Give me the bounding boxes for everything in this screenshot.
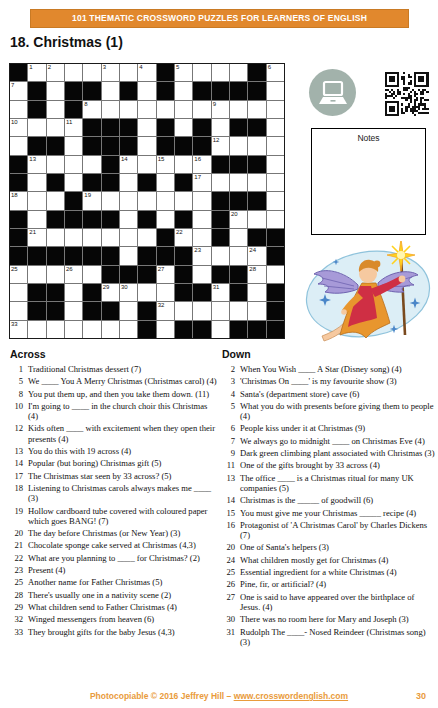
grid-cell[interactable]: 20 [230,211,247,228]
grid-cell[interactable] [230,64,247,81]
grid-cell[interactable] [47,101,64,118]
block-cell [157,229,174,246]
clue-down-27: 27One is said to have appeared over the … [222,592,435,613]
clue-number: 3 [222,376,235,386]
grid-cell[interactable]: 17 [193,174,210,191]
grid-cell[interactable]: 15 [157,156,174,173]
block-cell [175,137,192,154]
clue-text: Santa's (department store) cave (6) [240,389,435,399]
grid-cell[interactable] [120,302,137,319]
clue-number: 29 [10,602,23,612]
block-cell [47,137,64,154]
grid-cell[interactable]: 12 [212,137,229,154]
clue-number: 21 [10,540,23,550]
grid-cell[interactable] [120,174,137,191]
grid-cell[interactable] [212,64,229,81]
grid-cell[interactable] [83,321,100,338]
block-cell [230,284,247,301]
clue-text: Popular (but boring) Christmas gift (5) [28,458,217,468]
grid-cell[interactable] [102,229,119,246]
block-cell [83,247,100,264]
grid-cell[interactable]: 7 [10,82,27,99]
grid-cell[interactable] [65,64,82,81]
clue-down-20: 20One of Santa's helpers (3) [222,542,435,552]
grid-cell[interactable] [120,211,137,228]
block-cell [138,266,155,283]
clue-number: 10 [10,401,23,422]
block-cell [267,302,284,319]
across-header: Across [10,348,217,360]
grid-cell[interactable]: 31 [212,284,229,301]
block-cell [47,247,64,264]
grid-cell[interactable] [102,101,119,118]
block-cell [83,137,100,154]
grid-cell[interactable]: 24 [248,247,265,264]
cell-number: 27 [158,266,165,273]
grid-cell[interactable] [102,321,119,338]
grid-cell[interactable] [47,156,64,173]
grid-cell[interactable] [267,101,284,118]
clue-number: 14 [10,458,23,468]
clue-text: People kiss under it at Christmas (9) [240,423,435,433]
footer-credit: Photocopiable © 2016 Jeffrey Hill – [90,691,234,701]
clue-text: We ____ You A Merry Christmas (Christmas… [28,376,217,386]
block-cell [175,247,192,264]
block-cell [28,137,45,154]
grid-cell[interactable] [47,119,64,136]
block-cell [28,101,45,118]
clue-across-25: 25Another name for Father Christmas (5) [10,577,217,587]
block-cell [120,82,137,99]
grid-cell[interactable] [157,284,174,301]
cell-number: 22 [176,229,183,236]
grid-cell[interactable] [28,266,45,283]
grid-cell[interactable] [120,229,137,246]
clue-text: We always go to midnight ____ on Christm… [240,436,435,446]
block-cell [83,82,100,99]
grid-cell[interactable] [138,137,155,154]
clue-text: What children mostly get for Christmas (… [240,555,435,565]
block-cell [102,266,119,283]
clue-number: 30 [222,614,235,624]
cell-number: 23 [194,247,201,254]
grid-cell[interactable]: 23 [193,247,210,264]
grid-cell[interactable] [193,192,210,209]
grid-cell[interactable]: 27 [157,266,174,283]
grid-cell[interactable] [65,174,82,191]
footer: Photocopiable © 2016 Jeffrey Hill – www.… [0,691,438,701]
block-cell [138,302,155,319]
cell-number: 33 [11,321,18,328]
grid-cell[interactable] [248,101,265,118]
grid-cell[interactable]: 13 [28,156,45,173]
grid-cell[interactable] [230,247,247,264]
grid-cell[interactable] [267,211,284,228]
clue-text: Present (4) [28,565,217,575]
grid-cell[interactable] [157,101,174,118]
grid-cell[interactable] [212,119,229,136]
block-cell [175,174,192,191]
page-number: 30 [416,691,426,701]
grid-cell[interactable]: 2 [47,64,64,81]
clue-across-5: 5We ____ You A Merry Christmas (Christma… [10,376,217,386]
grid-cell[interactable] [175,156,192,173]
clue-down-25: 25Essential ingredient for a white Chris… [222,567,435,577]
grid-cell[interactable] [65,302,82,319]
block-cell [193,137,210,154]
grid-cell[interactable]: 33 [10,321,27,338]
grid-cell[interactable] [138,82,155,99]
grid-cell[interactable] [212,321,229,338]
clue-text: What are you planning to ____ for Christ… [28,553,217,563]
cell-number: 5 [176,64,179,71]
block-cell [138,321,155,338]
cell-number: 4 [139,64,142,71]
header-banner: 101 THEMATIC CROSSWORD PUZZLES FOR LEARN… [30,9,409,28]
clue-number: 22 [10,553,23,563]
clue-number: 25 [10,577,23,587]
grid-cell[interactable] [157,192,174,209]
grid-cell[interactable] [138,229,155,246]
clue-text: Christmas is the _____ of goodwill (6) [240,495,435,505]
clue-down-4: 4Santa's (department store) cave (6) [222,389,435,399]
grid-cell[interactable] [267,174,284,191]
block-cell [102,211,119,228]
cell-number: 16 [194,156,201,163]
clue-number: 19 [10,506,23,527]
grid-cell[interactable]: 3 [102,64,119,81]
grid-cell[interactable] [267,266,284,283]
grid-cell[interactable] [10,137,27,154]
grid-cell[interactable]: 8 [83,101,100,118]
clue-number: 13 [222,473,235,494]
grid-cell[interactable]: 29 [102,284,119,301]
grid-cell[interactable]: 22 [175,229,192,246]
clue-down-9: 9Dark green climbing plant associated wi… [222,448,435,458]
clue-text: What you do with presents before giving … [240,401,435,422]
block-cell [230,82,247,99]
block-cell [157,82,174,99]
grid-cell[interactable] [230,137,247,154]
clue-text: Traditional Christmas dessert (7) [28,364,217,374]
clue-text: One of Santa's helpers (3) [240,542,435,552]
grid-cell[interactable] [175,82,192,99]
block-cell [65,247,82,264]
clue-number: 33 [10,627,23,637]
block-cell [83,284,100,301]
grid-cell[interactable] [138,156,155,173]
grid-cell[interactable] [28,174,45,191]
grid-cell[interactable] [267,192,284,209]
clue-text: You do this with 19 across (4) [28,446,217,456]
grid-cell[interactable] [193,229,210,246]
grid-cell[interactable]: 9 [212,101,229,118]
angel-image [302,241,436,347]
grid-cell[interactable] [65,156,82,173]
grid-cell[interactable] [65,137,82,154]
block-cell [102,156,119,173]
block-cell [83,302,100,319]
block-cell [267,247,284,264]
block-cell [83,174,100,191]
grid-cell[interactable]: 21 [28,229,45,246]
block-cell [193,119,210,136]
block-cell [212,229,229,246]
block-cell [212,156,229,173]
notes-box: Notes [311,128,426,235]
grid-cell[interactable]: 32 [157,302,174,319]
grid-cell[interactable] [248,211,265,228]
grid-cell[interactable]: 14 [120,156,137,173]
grid-cell[interactable] [65,229,82,246]
block-cell [65,82,82,99]
grid-cell[interactable] [248,174,265,191]
grid-cell[interactable] [28,119,45,136]
grid-cell[interactable]: 26 [65,266,82,283]
grid-cell[interactable] [120,321,137,338]
grid-cell[interactable] [28,321,45,338]
grid-cell[interactable] [230,174,247,191]
grid-cell[interactable] [102,192,119,209]
clue-across-33: 33They brought gifts for the baby Jesus … [10,627,217,637]
block-cell [175,211,192,228]
block-cell [138,211,155,228]
block-cell [28,247,45,264]
cell-number: 8 [84,101,87,108]
block-cell [10,211,27,228]
block-cell [248,321,265,338]
cell-number: 18 [11,192,18,199]
block-cell [157,119,174,136]
block-cell [267,284,284,301]
cell-number: 25 [11,266,18,273]
grid-cell[interactable] [102,82,119,99]
clue-number: 20 [10,528,23,538]
grid-cell[interactable] [157,321,174,338]
block-cell [175,284,192,301]
block-cell [47,174,64,191]
block-cell [102,119,119,136]
grid-cell[interactable] [10,302,27,319]
grid-cell[interactable] [175,192,192,209]
clue-number: 32 [10,614,23,624]
grid-cell[interactable] [47,82,64,99]
clue-down-3: 3'Christmas On ____' is my favourite sho… [222,376,435,386]
grid-cell[interactable] [65,284,82,301]
block-cell [83,211,100,228]
grid-cell[interactable]: 10 [10,119,27,136]
block-cell [157,247,174,264]
clue-across-21: 21Chocolate sponge cake served at Christ… [10,540,217,550]
grid-cell[interactable]: 6 [267,64,284,81]
clue-number: 5 [10,376,23,386]
block-cell [248,64,265,81]
grid-cell[interactable] [193,211,210,228]
block-cell [212,211,229,228]
block-cell [120,119,137,136]
block-cell [212,192,229,209]
cell-number: 9 [213,101,216,108]
cell-number: 11 [66,119,72,126]
clue-down-6: 6People kiss under it at Christmas (9) [222,423,435,433]
grid-cell[interactable]: 19 [83,192,100,209]
grid-cell[interactable] [138,284,155,301]
grid-cell[interactable]: 11 [65,119,82,136]
block-cell [10,156,27,173]
grid-cell[interactable] [193,266,210,283]
block-cell [47,284,64,301]
block-cell [65,101,82,118]
clue-across-29: 29What children send to Father Christmas… [10,602,217,612]
grid-cell[interactable] [138,119,155,136]
grid-cell[interactable] [248,284,265,301]
grid-cell[interactable]: 25 [10,266,27,283]
clue-across-8: 8You put them up, and then you take them… [10,389,217,399]
cell-number: 10 [11,119,18,126]
clue-text: Another name for Father Christmas (5) [28,577,217,587]
block-cell [65,192,82,209]
grid-cell[interactable] [120,192,137,209]
grid-cell[interactable] [83,64,100,81]
grid-cell[interactable]: 30 [120,284,137,301]
block-cell [193,284,210,301]
grid-cell[interactable] [120,247,137,264]
clue-number: 11 [222,460,235,470]
block-cell [175,266,192,283]
down-section: Down 2When You Wish ____ A Star (Disney … [222,348,435,649]
grid-cell[interactable] [83,229,100,246]
grid-cell[interactable] [83,266,100,283]
grid-cell[interactable]: 28 [248,266,265,283]
block-cell [10,64,27,81]
laptop-icon [318,80,348,106]
crossword-grid: 1234567891011121314151617181920212223242… [9,63,285,339]
grid-cell[interactable] [248,302,265,319]
footer-url[interactable]: www.crosswordenglish.com [234,691,348,701]
grid-cell[interactable] [175,302,192,319]
grid-cell[interactable] [28,192,45,209]
grid-cell[interactable] [175,101,192,118]
cell-number: 17 [194,174,201,181]
grid-cell[interactable] [267,82,284,99]
clue-text: What children send to Father Christmas (… [28,602,217,612]
grid-cell[interactable] [267,156,284,173]
clue-number: 27 [222,592,235,613]
grid-cell[interactable] [157,174,174,191]
clue-down-7: 7We always go to midnight ____ on Christ… [222,436,435,446]
grid-cell[interactable] [47,321,64,338]
clue-text: Essential ingredient for a white Christm… [240,567,435,577]
block-cell [230,321,247,338]
clue-text: Chocolate sponge cake served at Christma… [28,540,217,550]
block-cell [157,64,174,81]
grid-cell[interactable] [47,266,64,283]
cell-number: 31 [213,284,220,291]
block-cell [175,321,192,338]
grid-cell[interactable] [120,101,137,118]
block-cell [65,211,82,228]
block-cell [267,321,284,338]
block-cell [102,137,119,154]
grid-cell[interactable] [212,174,229,191]
grid-cell[interactable]: 18 [10,192,27,209]
grid-cell[interactable] [120,64,137,81]
grid-cell[interactable] [175,119,192,136]
grid-cell[interactable] [138,101,155,118]
block-cell [230,156,247,173]
clue-across-18: 18Listening to Christmas carols always m… [10,483,217,504]
clue-across-13: 13You do this with 19 across (4) [10,446,217,456]
block-cell [248,156,265,173]
clue-across-17: 17The Christmas star seen by 33 across? … [10,471,217,481]
grid-cell[interactable] [230,302,247,319]
grid-cell[interactable] [157,211,174,228]
grid-cell[interactable]: 1 [28,64,45,81]
grid-cell[interactable] [267,119,284,136]
block-cell [102,302,119,319]
grid-cell[interactable] [47,192,64,209]
grid-cell[interactable] [212,247,229,264]
cell-number: 19 [84,192,91,199]
block-cell [212,82,229,99]
clue-text: I'm going to ____ in the church choir th… [28,401,217,422]
grid-cell[interactable]: 16 [193,156,210,173]
clue-number: 8 [10,389,23,399]
grid-cell[interactable] [230,229,247,246]
grid-cell[interactable]: 5 [175,64,192,81]
grid-cell[interactable] [193,101,210,118]
grid-cell[interactable] [47,229,64,246]
clue-down-31: 31Rudolph The ____- Nosed Reindeer (Chri… [222,627,435,648]
clue-number: 15 [222,508,235,518]
block-cell [102,174,119,191]
grid-cell[interactable]: 4 [138,64,155,81]
block-cell [138,247,155,264]
clue-across-32: 32Winged messengers from heaven (6) [10,614,217,624]
grid-cell[interactable] [248,137,265,154]
clue-number: 2 [222,364,235,374]
clue-text: There was no room here for Mary and Jose… [240,614,435,624]
grid-cell[interactable] [212,302,229,319]
cell-number: 13 [29,156,36,163]
clue-number: 1 [10,364,23,374]
grid-cell[interactable] [193,64,210,81]
clue-number: 17 [10,471,23,481]
clue-text: Protagonist of 'A Christmas Carol' by Ch… [240,520,435,541]
grid-cell[interactable] [28,211,45,228]
block-cell [10,229,27,246]
grid-cell[interactable] [83,156,100,173]
cell-number: 29 [103,284,110,291]
clue-text: Winged messengers from heaven (6) [28,614,217,624]
grid-cell[interactable] [65,321,82,338]
grid-cell[interactable] [138,192,155,209]
clue-text: Pine, fir, or artificial? (4) [240,579,435,589]
grid-cell[interactable] [193,302,210,319]
qr-code [384,72,429,116]
block-cell [230,119,247,136]
block-cell [193,321,210,338]
clue-number: 31 [222,627,235,648]
grid-cell[interactable] [10,284,27,301]
grid-cell[interactable] [10,101,27,118]
cell-number: 24 [249,247,256,254]
grid-cell[interactable] [230,101,247,118]
clue-text: One of the gifts brought by 33 across (4… [240,460,435,470]
block-cell [47,211,64,228]
grid-cell[interactable] [267,137,284,154]
notes-label: Notes [312,133,425,143]
